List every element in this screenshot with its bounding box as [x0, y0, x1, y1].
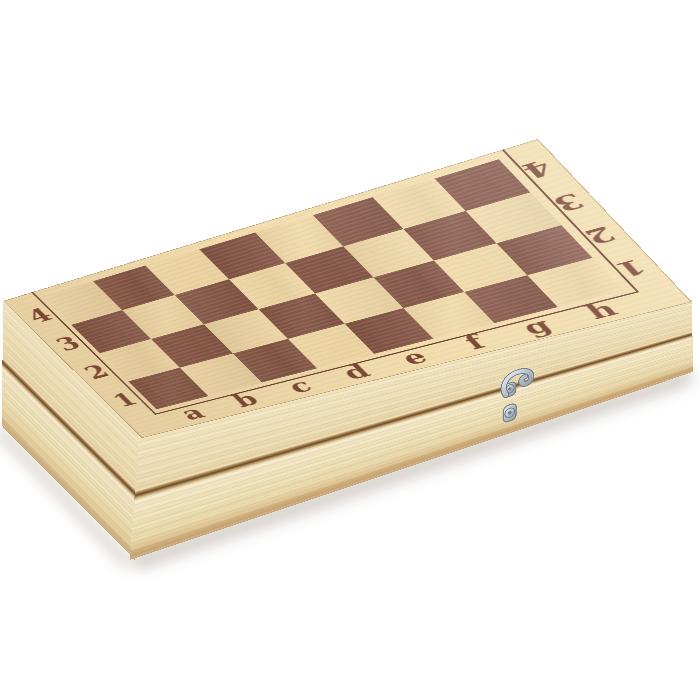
clasp-latch	[494, 364, 534, 430]
clasp-hook	[504, 368, 532, 395]
clasp-catch-plate	[503, 403, 516, 423]
chess-box-photo: 4321 4321 abcdefgh	[0, 0, 700, 700]
